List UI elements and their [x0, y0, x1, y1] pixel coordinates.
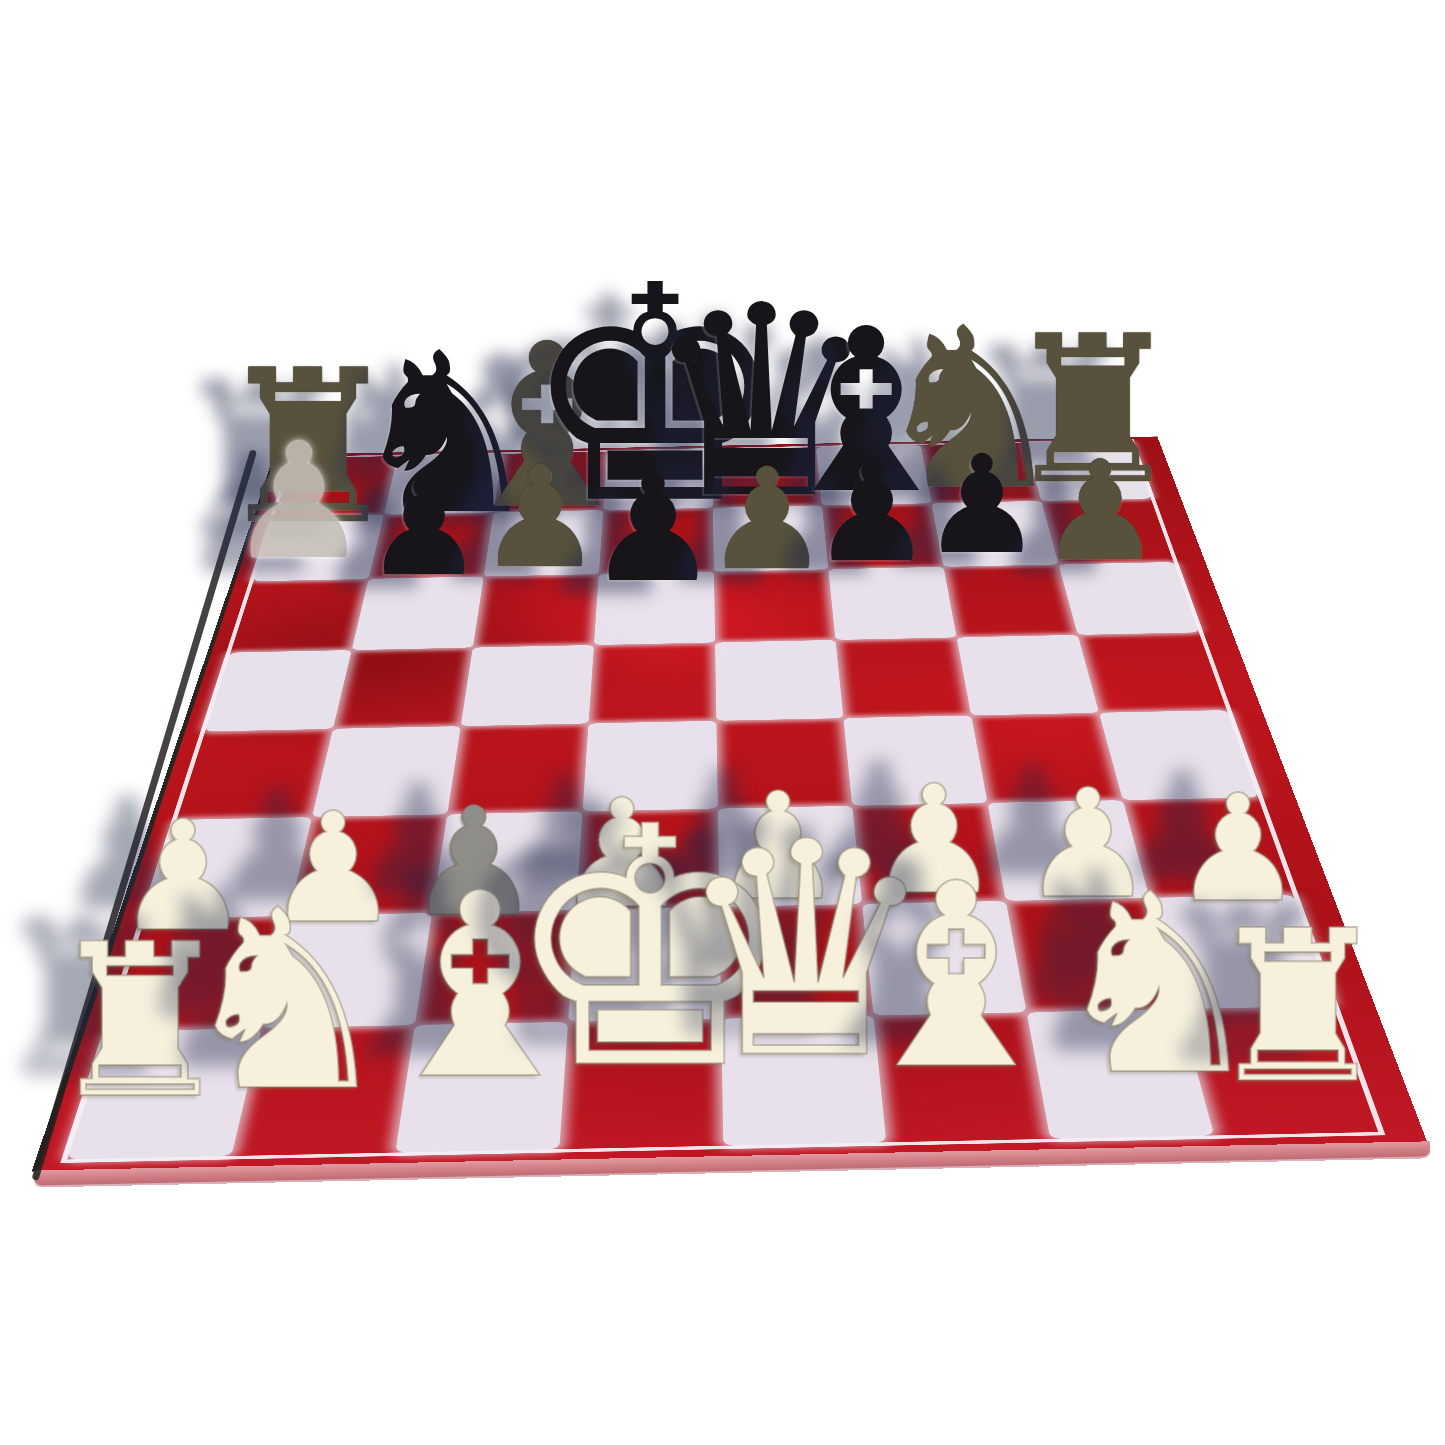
piece-black-pawn-f7[interactable]: ♟ — [811, 445, 933, 581]
piece-black-pawn-h7[interactable]: ♟ — [1038, 443, 1162, 581]
piece-black-pawn-d7[interactable]: ♟ — [587, 455, 720, 603]
piece-white-rook-h1[interactable]: ♜ — [1204, 903, 1392, 1113]
piece-black-pawn-g7[interactable]: ♟ — [921, 437, 1043, 573]
pieces-layer: ♜♞♝♚♛♝♞♜♟♟♟♟♟♟♟♟♟♟♟♟♟♟♟♟♜♞♝♚♛♝♞♜ — [0, 0, 1445, 1445]
piece-white-bishop-f1[interactable]: ♝ — [842, 850, 1070, 1104]
piece-black-pawn-a7[interactable]: ♟ — [227, 422, 370, 582]
piece-black-pawn-c7[interactable]: ♟ — [477, 448, 603, 588]
photo-scene: ♜♞♝♚♛♝♞♜♟♟♟♟♟♟♟♟♟♟♟♟♟♟♟♟♜♞♝♚♛♝♞♜ — [0, 0, 1445, 1445]
piece-white-knight-b1[interactable]: ♞ — [175, 877, 397, 1125]
piece-black-pawn-b7[interactable]: ♟ — [364, 461, 484, 595]
